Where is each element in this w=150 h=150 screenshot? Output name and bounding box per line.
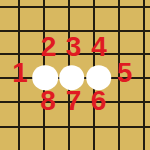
liberty-label-7: 7 <box>66 87 82 115</box>
liberty-label-2: 2 <box>41 33 57 61</box>
go-board: 12345678 <box>0 0 150 150</box>
liberty-label-4: 4 <box>91 33 107 61</box>
liberty-label-8: 8 <box>40 87 56 115</box>
grid-line-horizontal <box>0 126 150 128</box>
grid-line-horizontal <box>0 6 150 8</box>
liberty-label-5: 5 <box>117 59 133 87</box>
grid-line-vertical <box>143 0 145 150</box>
liberty-label-6: 6 <box>91 87 107 115</box>
liberty-label-1: 1 <box>12 59 28 87</box>
liberty-label-3: 3 <box>66 33 82 61</box>
